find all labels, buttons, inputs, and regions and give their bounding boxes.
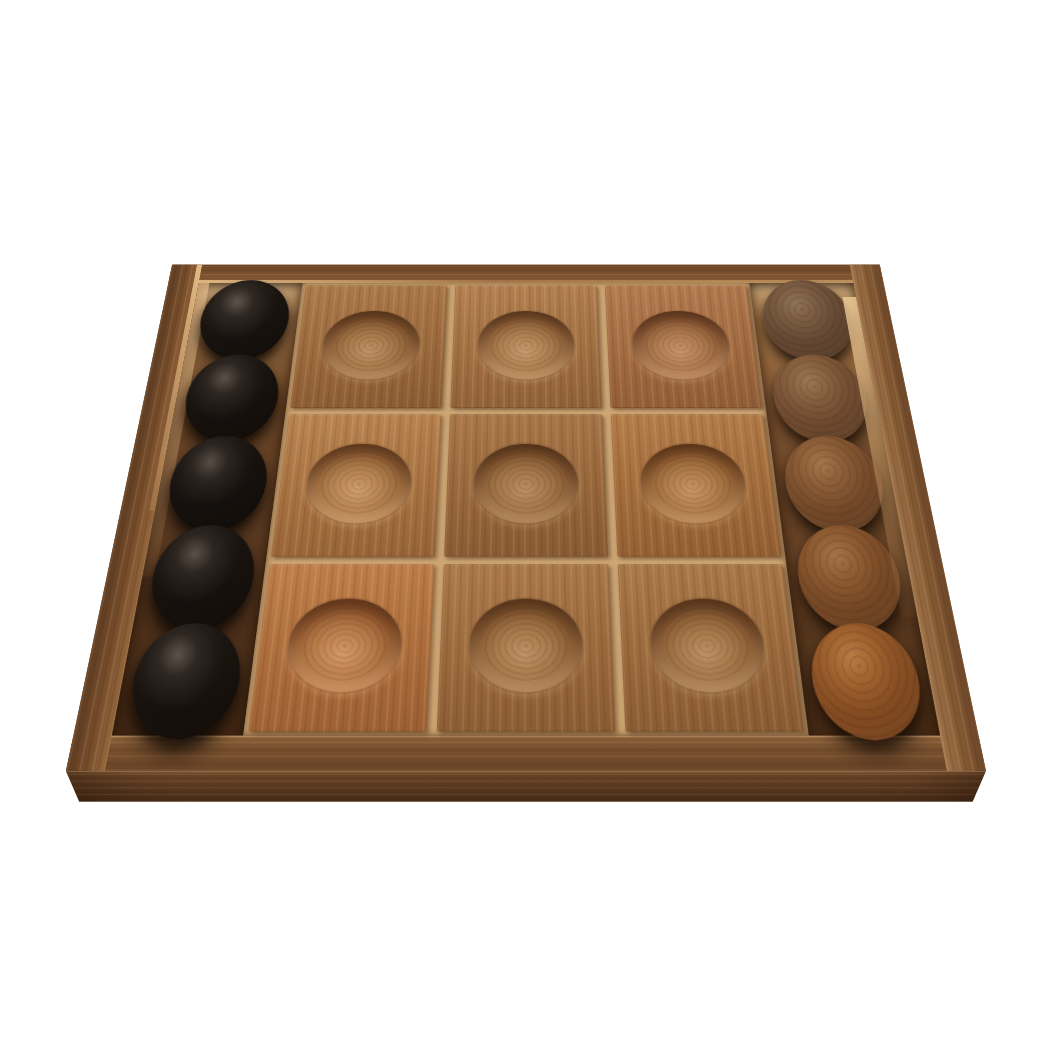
grid-cell-1-2[interactable] [450, 285, 602, 407]
ball-socket [303, 444, 414, 524]
black-ball[interactable] [122, 623, 247, 740]
ball-socket [468, 599, 583, 693]
grid-cell-2-1[interactable] [271, 414, 441, 556]
natural-ball[interactable] [768, 355, 874, 442]
ball-socket [473, 444, 579, 524]
black-ball[interactable] [161, 436, 272, 532]
perspective-wrapper [126, 160, 926, 810]
game-box [66, 265, 986, 772]
product-photo [0, 0, 1050, 1050]
black-ball[interactable] [193, 280, 294, 360]
grid-cell-1-3[interactable] [605, 285, 762, 407]
ball-socket [648, 599, 769, 693]
grid-cell-3-1[interactable] [248, 564, 434, 732]
grid-cell-3-2[interactable] [437, 564, 615, 732]
natural-ball[interactable] [779, 436, 890, 532]
grid-cell-3-3[interactable] [618, 564, 804, 732]
box-rail-far [168, 265, 883, 283]
tictactoe-grid [243, 283, 809, 736]
black-ball[interactable] [143, 525, 261, 630]
grid-cell-2-3[interactable] [611, 414, 781, 556]
ball-socket [631, 311, 733, 379]
grid-cell-2-2[interactable] [444, 414, 608, 556]
natural-ball[interactable] [758, 280, 859, 360]
box-front-face [66, 771, 986, 802]
ball-socket [477, 311, 575, 379]
ball-socket [319, 311, 421, 379]
grid-cell-1-1[interactable] [290, 285, 447, 407]
natural-ball[interactable] [791, 525, 909, 630]
natural-ball[interactable] [805, 623, 930, 740]
ball-socket [639, 444, 750, 524]
black-ball[interactable] [178, 355, 284, 442]
box-rail-near [66, 735, 986, 771]
ball-socket [283, 599, 404, 693]
